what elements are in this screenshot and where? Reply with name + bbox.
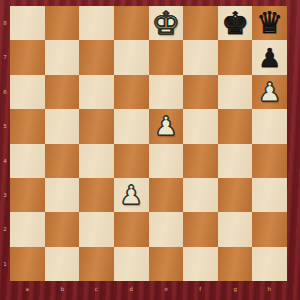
square-a3[interactable]	[10, 178, 45, 212]
square-f7[interactable]	[183, 40, 218, 74]
square-c7[interactable]	[79, 40, 114, 74]
square-d5[interactable]	[114, 109, 149, 143]
rank-label-8: 8	[1, 9, 9, 37]
white-pawn-d3: ♟	[120, 182, 143, 208]
square-b5[interactable]	[45, 109, 80, 143]
white-pawn-h6: ♟	[258, 79, 281, 105]
square-d3[interactable]: ♟	[114, 178, 149, 212]
square-b1[interactable]	[45, 247, 80, 281]
square-e6[interactable]	[149, 75, 184, 109]
board-frame: ♚♚♛♟♟♟♟ 87654321 abcdefgh	[0, 0, 300, 300]
square-a2[interactable]	[10, 212, 45, 246]
square-g2[interactable]	[218, 212, 253, 246]
square-f3[interactable]	[183, 178, 218, 212]
square-g8[interactable]: ♚	[218, 6, 253, 40]
square-e7[interactable]	[149, 40, 184, 74]
rank-label-6: 6	[1, 78, 9, 106]
square-f8[interactable]	[183, 6, 218, 40]
file-label-b: b	[48, 283, 76, 298]
rank-label-2: 2	[1, 216, 9, 244]
square-d6[interactable]	[114, 75, 149, 109]
square-g6[interactable]	[218, 75, 253, 109]
square-d4[interactable]	[114, 144, 149, 178]
square-a5[interactable]	[10, 109, 45, 143]
white-pawn-e5: ♟	[154, 113, 177, 139]
square-h3[interactable]	[252, 178, 287, 212]
file-label-a: a	[13, 283, 41, 298]
square-b8[interactable]	[45, 6, 80, 40]
rank-label-1: 1	[1, 250, 9, 278]
square-b2[interactable]	[45, 212, 80, 246]
square-h2[interactable]	[252, 212, 287, 246]
square-h4[interactable]	[252, 144, 287, 178]
rank-label-4: 4	[1, 147, 9, 175]
square-g4[interactable]	[218, 144, 253, 178]
square-g3[interactable]	[218, 178, 253, 212]
file-label-c: c	[83, 283, 111, 298]
square-c6[interactable]	[79, 75, 114, 109]
square-e4[interactable]	[149, 144, 184, 178]
square-a4[interactable]	[10, 144, 45, 178]
rank-label-3: 3	[1, 181, 9, 209]
square-f4[interactable]	[183, 144, 218, 178]
square-g5[interactable]	[218, 109, 253, 143]
square-a8[interactable]	[10, 6, 45, 40]
square-h6[interactable]: ♟	[252, 75, 287, 109]
square-g7[interactable]	[218, 40, 253, 74]
square-f6[interactable]	[183, 75, 218, 109]
square-f2[interactable]	[183, 212, 218, 246]
square-d2[interactable]	[114, 212, 149, 246]
rank-label-5: 5	[1, 113, 9, 141]
square-c2[interactable]	[79, 212, 114, 246]
square-b7[interactable]	[45, 40, 80, 74]
white-king-e8: ♚	[152, 8, 180, 39]
square-c3[interactable]	[79, 178, 114, 212]
square-a6[interactable]	[10, 75, 45, 109]
square-c4[interactable]	[79, 144, 114, 178]
black-queen-h8: ♛	[256, 8, 283, 38]
rank-label-7: 7	[1, 44, 9, 72]
square-b4[interactable]	[45, 144, 80, 178]
file-label-e: e	[152, 283, 180, 298]
square-e2[interactable]	[149, 212, 184, 246]
square-h1[interactable]	[252, 247, 287, 281]
square-a1[interactable]	[10, 247, 45, 281]
black-pawn-h7: ♟	[258, 45, 281, 71]
square-h8[interactable]: ♛	[252, 6, 287, 40]
square-b3[interactable]	[45, 178, 80, 212]
square-c8[interactable]	[79, 6, 114, 40]
file-label-d: d	[117, 283, 145, 298]
square-a7[interactable]	[10, 40, 45, 74]
square-e5[interactable]: ♟	[149, 109, 184, 143]
square-b6[interactable]	[45, 75, 80, 109]
square-f1[interactable]	[183, 247, 218, 281]
square-f5[interactable]	[183, 109, 218, 143]
file-label-g: g	[221, 283, 249, 298]
square-h5[interactable]	[252, 109, 287, 143]
square-c5[interactable]	[79, 109, 114, 143]
file-label-f: f	[187, 283, 215, 298]
black-king-g8: ♚	[221, 8, 249, 39]
square-g1[interactable]	[218, 247, 253, 281]
square-d7[interactable]	[114, 40, 149, 74]
square-e8[interactable]: ♚	[149, 6, 184, 40]
square-c1[interactable]	[79, 247, 114, 281]
file-label-h: h	[256, 283, 284, 298]
square-d8[interactable]	[114, 6, 149, 40]
square-e1[interactable]	[149, 247, 184, 281]
square-d1[interactable]	[114, 247, 149, 281]
square-h7[interactable]: ♟	[252, 40, 287, 74]
chess-board: ♚♚♛♟♟♟♟	[10, 6, 287, 281]
square-e3[interactable]	[149, 178, 184, 212]
file-labels: abcdefgh	[10, 281, 287, 300]
rank-labels: 87654321	[0, 6, 10, 281]
